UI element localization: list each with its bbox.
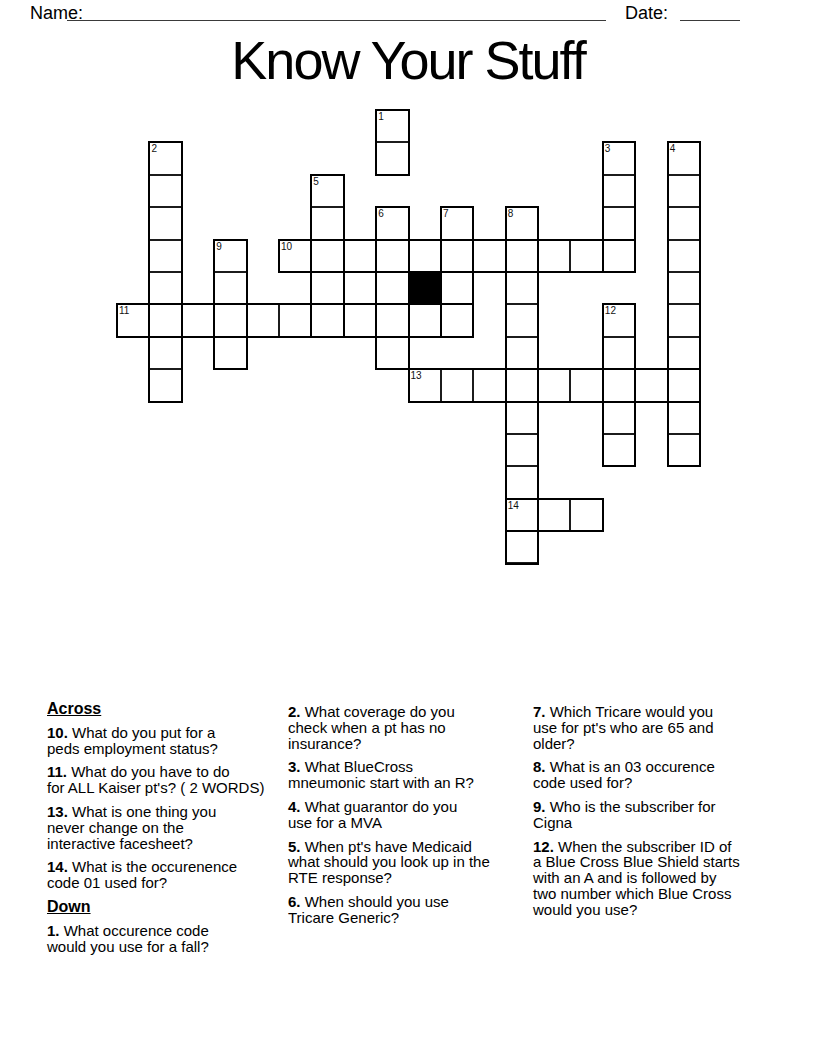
grid-cell[interactable] bbox=[570, 369, 602, 401]
grid-cell[interactable] bbox=[149, 337, 181, 369]
grid-cell[interactable] bbox=[506, 434, 538, 466]
clue-number-label: 8. bbox=[533, 758, 546, 775]
grid-cell[interactable] bbox=[603, 337, 635, 369]
clue-6: 6. When should you useTricare Generic? bbox=[288, 894, 532, 926]
cell-number: 7 bbox=[443, 208, 449, 219]
grid-cell[interactable] bbox=[570, 499, 602, 531]
clue-8: 8. What is an 03 occurencecode used for? bbox=[533, 759, 781, 791]
black-cell bbox=[409, 272, 441, 304]
grid-cell[interactable] bbox=[344, 304, 376, 336]
grid-cell[interactable]: 7 bbox=[441, 207, 473, 239]
clue-number-label: 12. bbox=[533, 838, 554, 855]
clue-number-label: 14. bbox=[47, 858, 68, 875]
grid-cell[interactable] bbox=[668, 434, 700, 466]
cell-number: 12 bbox=[605, 305, 616, 316]
grid-cell[interactable] bbox=[538, 369, 570, 401]
cell-number: 13 bbox=[411, 370, 422, 381]
grid-cell[interactable]: 10 bbox=[279, 240, 311, 272]
grid-cell[interactable] bbox=[538, 240, 570, 272]
clue-number-label: 9. bbox=[533, 798, 546, 815]
grid-cell[interactable] bbox=[473, 369, 505, 401]
grid-cell[interactable]: 3 bbox=[603, 142, 635, 174]
grid-cell[interactable] bbox=[149, 240, 181, 272]
grid-cell[interactable] bbox=[311, 304, 343, 336]
grid-cell[interactable] bbox=[473, 240, 505, 272]
worksheet: Name: Date: Know Your Stuff 123456789101… bbox=[0, 0, 816, 1056]
grid-cell[interactable] bbox=[441, 304, 473, 336]
grid-cell[interactable] bbox=[376, 304, 408, 336]
cell-number: 5 bbox=[313, 176, 319, 187]
clue-7: 7. Which Tricare would youuse for pt's w… bbox=[533, 704, 781, 751]
clue-number-label: 5. bbox=[288, 838, 301, 855]
clue-1: 1. What occurence codewould you use for … bbox=[47, 923, 285, 955]
grid-cell[interactable] bbox=[570, 240, 602, 272]
clues-column-1: Across10. What do you put for apeds empl… bbox=[47, 701, 285, 962]
grid-cell[interactable] bbox=[635, 369, 667, 401]
grid-cell[interactable] bbox=[441, 240, 473, 272]
grid-cell[interactable] bbox=[376, 142, 408, 174]
cell-number: 10 bbox=[281, 241, 292, 252]
grid-cell[interactable] bbox=[668, 337, 700, 369]
grid-cell[interactable]: 13 bbox=[409, 369, 441, 401]
grid-cell[interactable] bbox=[376, 272, 408, 304]
cell-number: 6 bbox=[378, 208, 384, 219]
page-title: Know Your Stuff bbox=[0, 33, 816, 87]
grid-cell[interactable] bbox=[311, 272, 343, 304]
clue-number-label: 13. bbox=[47, 803, 68, 820]
cell-number: 3 bbox=[605, 143, 611, 154]
clues-heading-across: Across bbox=[47, 701, 285, 717]
grid-cell[interactable] bbox=[376, 240, 408, 272]
clue-number-label: 4. bbox=[288, 798, 301, 815]
grid-cell[interactable] bbox=[311, 207, 343, 239]
cell-number: 14 bbox=[508, 500, 519, 511]
grid-cell[interactable]: 14 bbox=[506, 499, 538, 531]
clue-number-label: 6. bbox=[288, 893, 301, 910]
grid-cell[interactable] bbox=[603, 240, 635, 272]
cell-number: 2 bbox=[151, 143, 157, 154]
grid-cell[interactable] bbox=[668, 272, 700, 304]
grid-cell[interactable] bbox=[149, 207, 181, 239]
clues-heading-down: Down bbox=[47, 899, 285, 915]
grid-cell[interactable] bbox=[214, 272, 246, 304]
grid-cell[interactable] bbox=[149, 304, 181, 336]
grid-cell[interactable] bbox=[668, 207, 700, 239]
clue-10: 10. What do you put for apeds employment… bbox=[47, 725, 285, 757]
clue-2: 2. What coverage do youcheck when a pt h… bbox=[288, 704, 532, 751]
clue-11: 11. What do you have to dofor ALL Kaiser… bbox=[47, 764, 285, 796]
grid-cell[interactable] bbox=[603, 402, 635, 434]
grid-cell[interactable] bbox=[409, 304, 441, 336]
grid-cell[interactable]: 6 bbox=[376, 207, 408, 239]
grid-cell[interactable] bbox=[603, 369, 635, 401]
cell-number: 11 bbox=[119, 305, 129, 316]
grid-cell[interactable] bbox=[311, 240, 343, 272]
grid-cell[interactable] bbox=[603, 434, 635, 466]
date-input-line[interactable] bbox=[680, 4, 740, 21]
grid-cell[interactable] bbox=[538, 499, 570, 531]
name-input-line[interactable] bbox=[67, 4, 606, 21]
grid-cell[interactable] bbox=[279, 304, 311, 336]
grid-cell[interactable] bbox=[668, 369, 700, 401]
grid-cell[interactable] bbox=[506, 369, 538, 401]
grid-cell[interactable] bbox=[506, 402, 538, 434]
grid-cell[interactable] bbox=[409, 240, 441, 272]
clue-9: 9. Who is the subscriber forCigna bbox=[533, 799, 781, 831]
grid-cell[interactable]: 5 bbox=[311, 175, 343, 207]
crossword-grid: 1234567891011121314 bbox=[117, 110, 700, 563]
grid-cell[interactable] bbox=[603, 207, 635, 239]
clue-13: 13. What is one thing younever change on… bbox=[47, 804, 285, 851]
clue-5: 5. When pt's have Medicaidwhat should yo… bbox=[288, 839, 532, 886]
grid-cell[interactable] bbox=[214, 304, 246, 336]
clue-number-label: 11. bbox=[47, 763, 67, 780]
cell-number: 4 bbox=[670, 143, 676, 154]
grid-cell[interactable] bbox=[506, 240, 538, 272]
grid-cell[interactable]: 1 bbox=[376, 110, 408, 142]
grid-cell[interactable] bbox=[441, 272, 473, 304]
cell-number: 9 bbox=[216, 241, 222, 252]
clue-number-label: 3. bbox=[288, 758, 301, 775]
grid-cell[interactable]: 4 bbox=[668, 142, 700, 174]
grid-cell[interactable]: 2 bbox=[149, 142, 181, 174]
grid-cell[interactable]: 9 bbox=[214, 240, 246, 272]
grid-cell[interactable] bbox=[214, 337, 246, 369]
grid-cell[interactable] bbox=[149, 175, 181, 207]
grid-cell[interactable] bbox=[668, 304, 700, 336]
grid-cell[interactable]: 11 bbox=[117, 304, 149, 336]
clues-column-3: 7. Which Tricare would youuse for pt's w… bbox=[533, 704, 781, 926]
grid-cell[interactable] bbox=[603, 175, 635, 207]
clue-14: 14. What is the occurenencecode 01 used … bbox=[47, 859, 285, 891]
grid-cell[interactable] bbox=[376, 337, 408, 369]
grid-cell[interactable]: 12 bbox=[603, 304, 635, 336]
grid-cell[interactable] bbox=[344, 240, 376, 272]
clue-4: 4. What guarantor do youuse for a MVA bbox=[288, 799, 532, 831]
grid-cell[interactable] bbox=[668, 240, 700, 272]
grid-cell[interactable] bbox=[506, 337, 538, 369]
cell-number: 8 bbox=[508, 208, 514, 219]
grid-cell[interactable]: 8 bbox=[506, 207, 538, 239]
grid-cell[interactable] bbox=[506, 304, 538, 336]
clue-number-label: 1. bbox=[47, 922, 60, 939]
grid-cell[interactable] bbox=[668, 402, 700, 434]
grid-cell[interactable] bbox=[506, 531, 538, 563]
grid-cell[interactable] bbox=[506, 466, 538, 498]
clues-column-2: 2. What coverage do youcheck when a pt h… bbox=[288, 704, 532, 934]
grid-cell[interactable] bbox=[506, 272, 538, 304]
clue-number-label: 2. bbox=[288, 703, 301, 720]
grid-cell[interactable] bbox=[441, 369, 473, 401]
clue-12: 12. When the subscriber ID ofa Blue Cros… bbox=[533, 839, 781, 918]
clue-number-label: 7. bbox=[533, 703, 546, 720]
clue-number-label: 10. bbox=[47, 724, 68, 741]
grid-cell[interactable] bbox=[247, 304, 279, 336]
grid-cell[interactable] bbox=[149, 272, 181, 304]
clue-3: 3. What BlueCrossmneumonic start with an… bbox=[288, 759, 532, 791]
date-label: Date: bbox=[625, 3, 668, 24]
cell-number: 1 bbox=[378, 111, 384, 122]
grid-cell[interactable] bbox=[182, 304, 214, 336]
grid-cell[interactable] bbox=[668, 175, 700, 207]
grid-cell[interactable] bbox=[149, 369, 181, 401]
